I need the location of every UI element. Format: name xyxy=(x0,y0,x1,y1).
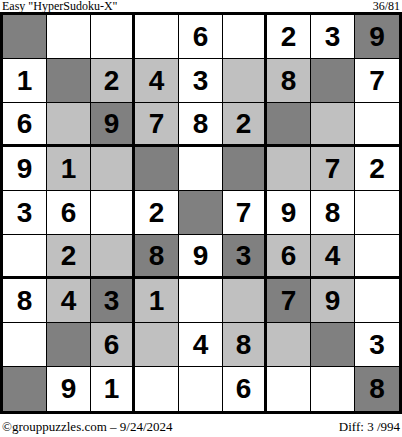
cell-r4c5[interactable] xyxy=(179,147,223,191)
cell-r9c8[interactable] xyxy=(311,367,355,411)
cell-r3c1[interactable]: 6 xyxy=(3,103,47,147)
cell-r8c7[interactable] xyxy=(267,323,311,367)
cell-r8c6[interactable]: 8 xyxy=(223,323,267,367)
cell-r5c5[interactable] xyxy=(179,191,223,235)
cell-r6c8[interactable]: 4 xyxy=(311,235,355,279)
cell-r9c1[interactable] xyxy=(3,367,47,411)
cell-r8c5[interactable]: 4 xyxy=(179,323,223,367)
cell-r1c9[interactable]: 9 xyxy=(355,15,399,59)
cell-r2c5[interactable]: 3 xyxy=(179,59,223,103)
cell-r2c1[interactable]: 1 xyxy=(3,59,47,103)
cell-r7c5[interactable] xyxy=(179,279,223,323)
cell-r5c4[interactable]: 2 xyxy=(135,191,179,235)
header: Easy "HyperSudoku-X" 36/81 xyxy=(0,0,402,12)
cell-r5c3[interactable] xyxy=(91,191,135,235)
cell-r9c6[interactable]: 6 xyxy=(223,367,267,411)
cell-r1c8[interactable]: 3 xyxy=(311,15,355,59)
cell-r6c2[interactable]: 2 xyxy=(47,235,91,279)
cell-r4c7[interactable] xyxy=(267,147,311,191)
page: Easy "HyperSudoku-X" 36/81 6239124387697… xyxy=(0,0,402,437)
cell-r8c9[interactable]: 3 xyxy=(355,323,399,367)
cell-r6c9[interactable] xyxy=(355,235,399,279)
cell-r7c4[interactable]: 1 xyxy=(135,279,179,323)
cell-r6c6[interactable]: 3 xyxy=(223,235,267,279)
cell-r4c8[interactable]: 7 xyxy=(311,147,355,191)
cell-r1c4[interactable] xyxy=(135,15,179,59)
cell-r7c8[interactable]: 9 xyxy=(311,279,355,323)
cell-r1c6[interactable] xyxy=(223,15,267,59)
cell-r4c6[interactable] xyxy=(223,147,267,191)
cell-r5c2[interactable]: 6 xyxy=(47,191,91,235)
cell-r9c2[interactable]: 9 xyxy=(47,367,91,411)
cell-r5c9[interactable] xyxy=(355,191,399,235)
cell-r4c4[interactable] xyxy=(135,147,179,191)
cell-r9c4[interactable] xyxy=(135,367,179,411)
cell-r3c4[interactable]: 7 xyxy=(135,103,179,147)
cell-r2c9[interactable]: 7 xyxy=(355,59,399,103)
cell-r3c3[interactable]: 9 xyxy=(91,103,135,147)
cell-r9c3[interactable]: 1 xyxy=(91,367,135,411)
sudoku-board: 6239124387697829172362798289364843179648… xyxy=(0,12,402,414)
cell-r3c5[interactable]: 8 xyxy=(179,103,223,147)
cell-r6c7[interactable]: 6 xyxy=(267,235,311,279)
cell-r4c9[interactable]: 2 xyxy=(355,147,399,191)
cell-r7c7[interactable]: 7 xyxy=(267,279,311,323)
cell-r2c7[interactable]: 8 xyxy=(267,59,311,103)
cell-r8c1[interactable] xyxy=(3,323,47,367)
cell-r6c3[interactable] xyxy=(91,235,135,279)
cell-r3c6[interactable]: 2 xyxy=(223,103,267,147)
cell-r3c2[interactable] xyxy=(47,103,91,147)
cell-r8c4[interactable] xyxy=(135,323,179,367)
cell-r2c3[interactable]: 2 xyxy=(91,59,135,103)
cell-r3c7[interactable] xyxy=(267,103,311,147)
cell-r5c7[interactable]: 9 xyxy=(267,191,311,235)
cell-r9c5[interactable] xyxy=(179,367,223,411)
cell-r3c9[interactable] xyxy=(355,103,399,147)
cell-r7c9[interactable] xyxy=(355,279,399,323)
cell-r4c1[interactable]: 9 xyxy=(3,147,47,191)
cell-r9c9[interactable]: 8 xyxy=(355,367,399,411)
copyright-text: ©grouppuzzles.com – 9/24/2024 xyxy=(2,419,173,434)
cell-r4c2[interactable]: 1 xyxy=(47,147,91,191)
cell-r1c3[interactable] xyxy=(91,15,135,59)
cell-r6c5[interactable]: 9 xyxy=(179,235,223,279)
cell-r5c8[interactable]: 8 xyxy=(311,191,355,235)
cell-r1c7[interactable]: 2 xyxy=(267,15,311,59)
cell-r1c2[interactable] xyxy=(47,15,91,59)
cell-r7c6[interactable] xyxy=(223,279,267,323)
cell-r2c4[interactable]: 4 xyxy=(135,59,179,103)
cell-r3c8[interactable] xyxy=(311,103,355,147)
cell-r5c1[interactable]: 3 xyxy=(3,191,47,235)
clue-counter: 36/81 xyxy=(373,0,400,12)
cell-r8c2[interactable] xyxy=(47,323,91,367)
cell-r4c3[interactable] xyxy=(91,147,135,191)
cell-r7c3[interactable]: 3 xyxy=(91,279,135,323)
cell-r9c7[interactable] xyxy=(267,367,311,411)
cell-r7c1[interactable]: 8 xyxy=(3,279,47,323)
cell-r2c2[interactable] xyxy=(47,59,91,103)
cell-r1c1[interactable] xyxy=(3,15,47,59)
cell-r5c6[interactable]: 7 xyxy=(223,191,267,235)
cell-r1c5[interactable]: 6 xyxy=(179,15,223,59)
cell-r2c8[interactable] xyxy=(311,59,355,103)
cell-r8c3[interactable]: 6 xyxy=(91,323,135,367)
footer: ©grouppuzzles.com – 9/24/2024 Diff: 3 /9… xyxy=(0,419,402,434)
cell-r7c2[interactable]: 4 xyxy=(47,279,91,323)
difficulty-text: Diff: 3 /994 xyxy=(339,419,400,434)
cell-r6c1[interactable] xyxy=(3,235,47,279)
puzzle-title: Easy "HyperSudoku-X" xyxy=(2,0,117,12)
cell-r6c4[interactable]: 8 xyxy=(135,235,179,279)
cell-r8c8[interactable] xyxy=(311,323,355,367)
cell-r2c6[interactable] xyxy=(223,59,267,103)
